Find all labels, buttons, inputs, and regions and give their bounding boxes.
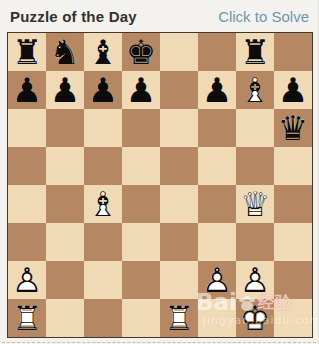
- square-g7: ♝♗: [236, 71, 274, 109]
- square-b6: [46, 109, 84, 147]
- square-h1: [274, 299, 312, 337]
- square-c1: [84, 299, 122, 337]
- square-c6: [84, 109, 122, 147]
- piece-black-pawn: ♙♟: [84, 71, 122, 109]
- square-c3: [84, 223, 122, 261]
- square-g6: [236, 109, 274, 147]
- square-a8: ♖♜: [8, 33, 46, 71]
- square-g3: [236, 223, 274, 261]
- piece-black-pawn: ♙♟: [198, 71, 236, 109]
- puzzle-of-the-day-widget: Puzzle of the Day Click to Solve ♖♜♘♞♗♝♔…: [0, 0, 319, 344]
- piece-black-pawn: ♙♟: [46, 71, 84, 109]
- square-g8: ♖♜: [236, 33, 274, 71]
- square-d3: [122, 223, 160, 261]
- square-f8: [198, 33, 236, 71]
- piece-white-rook: ♜♖: [8, 299, 46, 337]
- square-a3: [8, 223, 46, 261]
- square-h3: [274, 223, 312, 261]
- square-c5: [84, 147, 122, 185]
- piece-black-pawn: ♙♟: [274, 71, 312, 109]
- piece-black-pawn: ♙♟: [8, 71, 46, 109]
- piece-black-rook: ♖♜: [236, 33, 274, 71]
- piece-black-bishop: ♗♝: [84, 33, 122, 71]
- square-a4: [8, 185, 46, 223]
- square-g2: ♟♙: [236, 261, 274, 299]
- square-b8: ♘♞: [46, 33, 84, 71]
- piece-black-pawn: ♙♟: [122, 71, 160, 109]
- square-e7: [160, 71, 198, 109]
- piece-black-knight: ♘♞: [46, 33, 84, 71]
- square-d2: [122, 261, 160, 299]
- square-h8: [274, 33, 312, 71]
- bottom-divider: [2, 342, 316, 343]
- widget-header: Puzzle of the Day Click to Solve: [0, 0, 318, 32]
- piece-white-pawn: ♟♙: [8, 261, 46, 299]
- square-d1: [122, 299, 160, 337]
- square-a2: ♟♙: [8, 261, 46, 299]
- square-e3: [160, 223, 198, 261]
- square-b5: [46, 147, 84, 185]
- piece-black-queen: ♕♛: [274, 109, 312, 147]
- piece-black-rook: ♖♜: [8, 33, 46, 71]
- square-f1: [198, 299, 236, 337]
- square-d4: [122, 185, 160, 223]
- square-d8: ♔♚: [122, 33, 160, 71]
- piece-white-pawn: ♟♙: [198, 261, 236, 299]
- square-d6: [122, 109, 160, 147]
- square-e8: [160, 33, 198, 71]
- square-c4: ♝♗: [84, 185, 122, 223]
- square-e1: ♜♖: [160, 299, 198, 337]
- square-a6: [8, 109, 46, 147]
- square-b7: ♙♟: [46, 71, 84, 109]
- piece-black-king: ♔♚: [122, 33, 160, 71]
- square-c2: [84, 261, 122, 299]
- piece-white-king: ♚♔: [236, 299, 274, 337]
- piece-white-bishop: ♝♗: [84, 185, 122, 223]
- square-f4: [198, 185, 236, 223]
- square-e5: [160, 147, 198, 185]
- square-f5: [198, 147, 236, 185]
- piece-white-rook: ♜♖: [160, 299, 198, 337]
- square-h6: ♕♛: [274, 109, 312, 147]
- piece-white-bishop: ♝♗: [236, 71, 274, 109]
- square-b2: [46, 261, 84, 299]
- piece-white-queen: ♛♕: [236, 185, 274, 223]
- square-g1: ♚♔: [236, 299, 274, 337]
- square-h2: [274, 261, 312, 299]
- square-f2: ♟♙: [198, 261, 236, 299]
- square-f3: [198, 223, 236, 261]
- square-e4: [160, 185, 198, 223]
- page-title: Puzzle of the Day: [10, 8, 137, 25]
- square-e2: [160, 261, 198, 299]
- square-d7: ♙♟: [122, 71, 160, 109]
- square-a7: ♙♟: [8, 71, 46, 109]
- square-g5: [236, 147, 274, 185]
- square-b3: [46, 223, 84, 261]
- square-a1: ♜♖: [8, 299, 46, 337]
- click-to-solve-link[interactable]: Click to Solve: [218, 8, 309, 25]
- square-c7: ♙♟: [84, 71, 122, 109]
- square-b1: [46, 299, 84, 337]
- square-f6: [198, 109, 236, 147]
- piece-white-pawn: ♟♙: [236, 261, 274, 299]
- square-h4: [274, 185, 312, 223]
- square-b4: [46, 185, 84, 223]
- square-h7: ♙♟: [274, 71, 312, 109]
- square-a5: [8, 147, 46, 185]
- square-c8: ♗♝: [84, 33, 122, 71]
- chess-board[interactable]: ♖♜♘♞♗♝♔♚♖♜♙♟♙♟♙♟♙♟♙♟♝♗♙♟♕♛♝♗♛♕♟♙♟♙♟♙♜♖♜♖…: [7, 32, 313, 338]
- square-e6: [160, 109, 198, 147]
- square-g4: ♛♕: [236, 185, 274, 223]
- square-d5: [122, 147, 160, 185]
- square-h5: [274, 147, 312, 185]
- square-f7: ♙♟: [198, 71, 236, 109]
